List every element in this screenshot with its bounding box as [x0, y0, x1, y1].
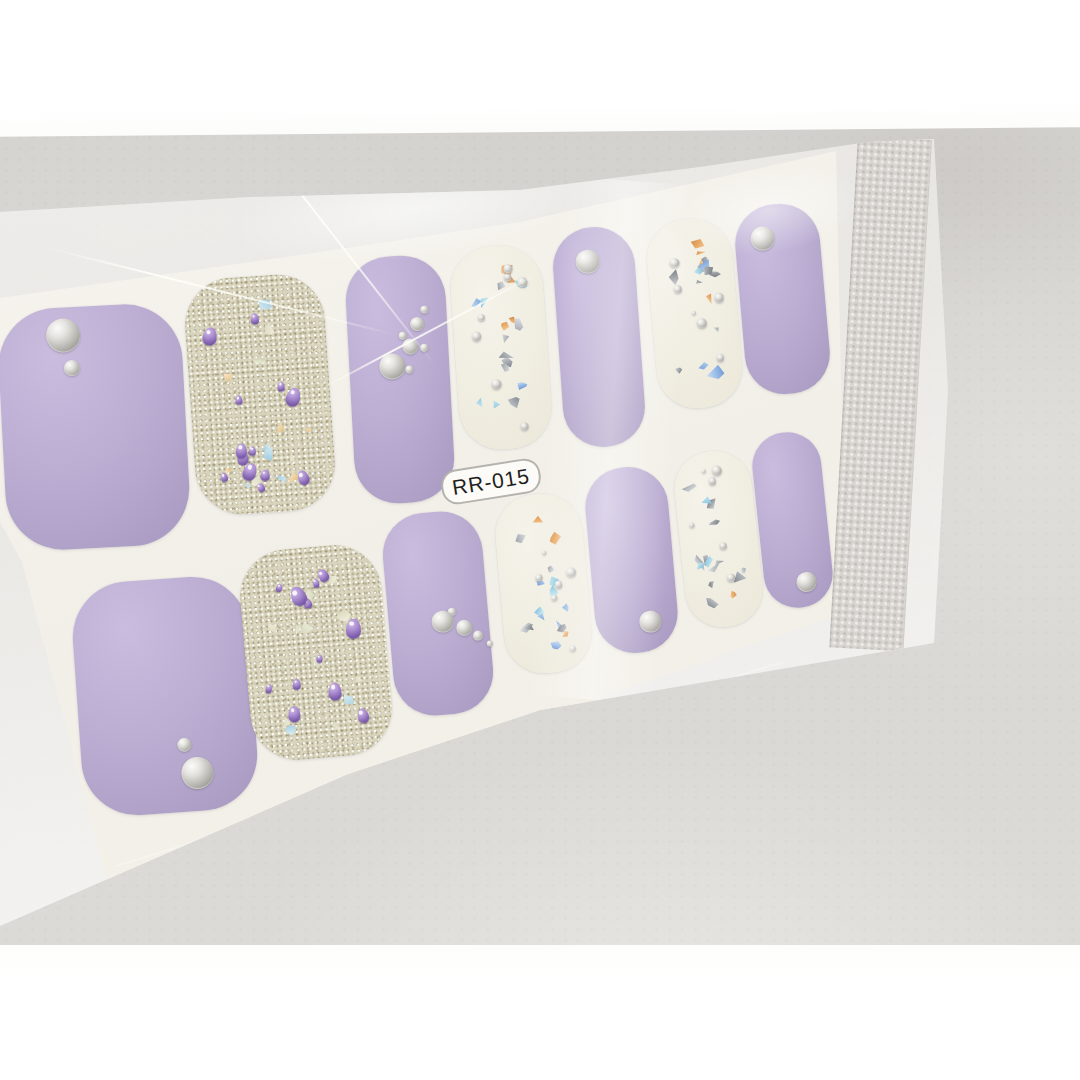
- holo-shard: [530, 604, 547, 620]
- purple-gem: [266, 684, 273, 693]
- purple-gem: [256, 483, 266, 494]
- silver-stud: [711, 465, 722, 476]
- holo-shard: [527, 511, 551, 527]
- gem-highlight: [252, 315, 255, 318]
- nail-sticker-r1c1-solid: [0, 301, 192, 552]
- holo-shard: [690, 247, 712, 259]
- gem-highlight: [359, 711, 363, 715]
- purple-gem: [220, 472, 229, 483]
- nail-sticker-r1c7-solid: [732, 201, 833, 398]
- holo-shard: [329, 665, 339, 675]
- silver-stud: [491, 379, 502, 390]
- gem-highlight: [263, 472, 266, 475]
- silver-stud: [420, 305, 428, 313]
- gem-highlight: [319, 571, 323, 575]
- holo-shard: [701, 594, 725, 615]
- holo-shard: [496, 318, 512, 335]
- silver-stud: [575, 249, 601, 275]
- silver-stud: [639, 610, 663, 634]
- gem-highlight: [250, 448, 252, 450]
- holo-shard: [272, 417, 289, 438]
- silver-stud: [63, 360, 80, 377]
- purple-gem: [275, 583, 283, 593]
- silver-stud: [714, 293, 724, 303]
- silver-stud: [716, 354, 724, 362]
- holo-shard: [250, 357, 268, 365]
- purple-gem: [235, 395, 243, 405]
- purple-gem: [202, 326, 218, 346]
- gem-highlight: [291, 590, 297, 596]
- silver-stud: [692, 310, 697, 315]
- nail-sticker-r1c3-bubbles: [344, 254, 457, 506]
- product-code-text: RR-015: [450, 464, 531, 500]
- gem-highlight: [221, 474, 224, 477]
- gem-highlight: [318, 656, 320, 658]
- holo-shard: [740, 565, 749, 575]
- holo-shard: [710, 324, 723, 335]
- silver-stud: [708, 477, 716, 485]
- gem-highlight: [294, 681, 297, 684]
- gem-highlight: [290, 708, 294, 712]
- purple-gem: [250, 313, 259, 325]
- holo-shard: [546, 564, 557, 574]
- silver-stud: [520, 423, 529, 432]
- silver-stud: [542, 550, 546, 554]
- silver-stud: [750, 225, 776, 251]
- purple-gem: [284, 387, 303, 409]
- silver-stud: [673, 285, 681, 293]
- nail-sticker-r2c4-shards: [492, 491, 594, 677]
- purple-gem: [260, 470, 269, 482]
- holo-shard: [472, 391, 489, 414]
- silver-stud: [566, 567, 577, 578]
- nail-sticker-r1c5-solid: [550, 224, 647, 449]
- silver-stud: [720, 543, 727, 550]
- silver-stud: [670, 258, 680, 268]
- purple-gem: [312, 578, 320, 588]
- holo-shard: [694, 277, 704, 286]
- silver-stud: [503, 264, 513, 274]
- holo-shard: [689, 238, 709, 253]
- overexposed-band-bottom: [0, 945, 1080, 1080]
- holo-shard: [272, 469, 292, 489]
- silver-stud: [796, 571, 818, 593]
- holo-shard: [510, 527, 532, 549]
- purple-gem: [295, 468, 311, 486]
- silver-stud: [689, 523, 695, 529]
- purple-gem: [288, 706, 300, 722]
- gem-highlight: [279, 382, 281, 384]
- purple-gem: [328, 682, 342, 701]
- nail-sticker-r1c6-shards: [644, 216, 745, 412]
- silver-stud: [555, 581, 563, 589]
- holo-shard: [513, 377, 532, 392]
- holo-shard: [504, 389, 525, 414]
- silver-stud: [405, 365, 413, 373]
- holo-shard: [557, 599, 574, 616]
- nail-sticker-r2c3-bubbles: [379, 508, 496, 719]
- holo-shard: [552, 619, 572, 638]
- holo-shard: [726, 587, 739, 602]
- purple-gem: [248, 447, 256, 457]
- pouch-seal-crimp-band: [829, 136, 931, 651]
- purple-gem: [292, 679, 301, 690]
- purple-gem: [278, 381, 286, 391]
- holo-shard: [350, 671, 367, 687]
- gem-highlight: [268, 685, 270, 687]
- nail-sticker-r2c1-solid: [69, 573, 261, 819]
- silver-stud: [701, 469, 706, 474]
- holo-shard: [665, 265, 684, 288]
- holo-shard: [543, 528, 565, 551]
- gem-highlight: [238, 445, 242, 449]
- purple-gem: [345, 618, 360, 638]
- holo-shard: [260, 320, 279, 342]
- holo-shard: [509, 313, 530, 338]
- holo-shard: [287, 451, 298, 466]
- silver-stud: [478, 314, 486, 322]
- nail-sticker-r1c2-glitter: [182, 271, 338, 517]
- holo-shard: [672, 364, 685, 377]
- silver-stud: [551, 595, 558, 602]
- holo-shard: [220, 369, 235, 385]
- nail-sticker-r2c2-glitter: [236, 541, 396, 764]
- purple-gem: [356, 707, 371, 724]
- silver-stud: [180, 756, 214, 790]
- holo-shard: [680, 481, 699, 494]
- gem-highlight: [314, 580, 316, 582]
- silver-stud: [697, 319, 707, 329]
- holo-shard: [262, 619, 284, 640]
- holo-shard: [487, 394, 506, 413]
- gem-highlight: [247, 464, 252, 469]
- gem-highlight: [206, 329, 211, 334]
- overexposed-band-top: [0, 0, 1080, 137]
- silver-stud: [473, 630, 484, 641]
- holo-shard: [327, 716, 346, 737]
- gem-highlight: [331, 685, 335, 689]
- gem-highlight: [298, 472, 302, 477]
- silver-stud: [177, 737, 192, 752]
- silver-stud: [45, 318, 81, 354]
- holo-shard: [705, 579, 717, 591]
- gem-highlight: [290, 390, 295, 396]
- silver-stud: [472, 332, 482, 342]
- silver-stud: [410, 317, 425, 332]
- gem-highlight: [237, 397, 239, 400]
- gem-highlight: [277, 584, 279, 586]
- holo-shard: [303, 424, 314, 434]
- gem-highlight: [349, 621, 353, 626]
- silver-stud: [456, 619, 473, 636]
- gem-highlight: [258, 485, 261, 488]
- holo-shard: [702, 359, 730, 387]
- holo-shard: [548, 639, 565, 653]
- silver-stud: [569, 645, 576, 652]
- holo-shard: [708, 516, 723, 528]
